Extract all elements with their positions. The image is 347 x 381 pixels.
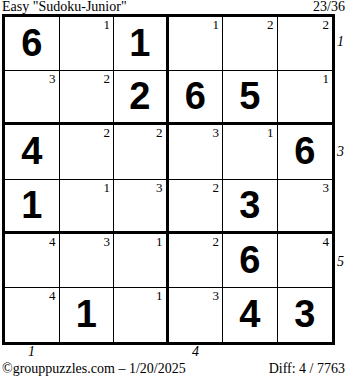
corner-mark: 2	[267, 17, 274, 32]
cell-r6c5: 4	[223, 288, 278, 342]
footer: ©grouppuzzles.com – 1/20/2025 Diff: 4 / …	[2, 361, 345, 376]
given-digit: 2	[114, 71, 166, 122]
col-label-1: 1	[28, 344, 35, 359]
cell-r6c4[interactable]: 3	[169, 288, 224, 342]
col-label-4: 4	[192, 344, 199, 359]
cell-r4c4[interactable]: 2	[169, 180, 224, 234]
cell-r1c2[interactable]: 1	[60, 17, 115, 71]
difficulty-text: Diff: 4 / 7763	[269, 361, 345, 376]
given-digit: 4	[5, 125, 59, 178]
row-label-5: 5	[337, 254, 344, 269]
given-digit: 6	[169, 71, 223, 122]
cell-r3c4[interactable]: 3	[169, 125, 224, 179]
board: 611122322651422316113233431264411343	[2, 14, 335, 345]
cell-r2c1[interactable]: 3	[5, 71, 60, 125]
corner-mark: 3	[104, 234, 111, 249]
cell-r3c2[interactable]: 2	[60, 125, 115, 179]
corner-mark: 3	[49, 71, 56, 86]
given-digit: 1	[60, 288, 114, 342]
cell-r5c1[interactable]: 4	[5, 234, 60, 288]
given-digit: 3	[278, 288, 333, 342]
cell-r3c3[interactable]: 2	[114, 125, 169, 179]
cell-r1c6[interactable]: 2	[278, 17, 333, 71]
cell-r6c6: 3	[278, 288, 333, 342]
given-digit: 6	[278, 125, 333, 178]
given-digit: 5	[223, 71, 277, 122]
cell-r5c3[interactable]: 1	[114, 234, 169, 288]
corner-mark: 4	[49, 288, 56, 303]
puzzle-title: Easy "Sudoku-Junior"	[2, 0, 127, 14]
cell-r6c3[interactable]: 1	[114, 288, 169, 342]
corner-mark: 1	[323, 71, 330, 86]
corner-mark: 1	[213, 17, 220, 32]
cell-r4c6[interactable]: 3	[278, 180, 333, 234]
puzzle-counter: 23/36	[313, 0, 345, 14]
cell-r1c4[interactable]: 1	[169, 17, 224, 71]
corner-mark: 4	[323, 234, 330, 249]
cell-r5c6[interactable]: 4	[278, 234, 333, 288]
corner-mark: 1	[104, 17, 111, 32]
corner-mark: 3	[323, 180, 330, 195]
cell-r2c5: 5	[223, 71, 278, 125]
corner-mark: 3	[213, 125, 220, 140]
corner-mark: 1	[267, 125, 274, 140]
cell-r4c5: 3	[223, 180, 278, 234]
corner-mark: 2	[104, 125, 111, 140]
corner-mark: 3	[156, 180, 163, 195]
corner-mark: 4	[49, 234, 56, 249]
cell-r2c3: 2	[114, 71, 169, 125]
cell-r6c1[interactable]: 4	[5, 288, 60, 342]
given-digit: 6	[5, 17, 59, 70]
cell-r2c2[interactable]: 2	[60, 71, 115, 125]
cell-r1c3: 1	[114, 17, 169, 71]
row-label-1: 1	[337, 34, 344, 49]
cell-r2c4: 6	[169, 71, 224, 125]
given-digit: 1	[114, 17, 166, 70]
cell-r6c2: 1	[60, 288, 115, 342]
cell-r3c1: 4	[5, 125, 60, 179]
cell-r5c5: 6	[223, 234, 278, 288]
cell-r4c2[interactable]: 1	[60, 180, 115, 234]
given-digit: 1	[5, 180, 59, 231]
corner-mark: 2	[213, 180, 220, 195]
cell-r5c2[interactable]: 3	[60, 234, 115, 288]
cell-r4c1: 1	[5, 180, 60, 234]
copyright-text: ©grouppuzzles.com – 1/20/2025	[2, 361, 186, 376]
cell-r1c5[interactable]: 2	[223, 17, 278, 71]
corner-mark: 2	[104, 71, 111, 86]
given-digit: 3	[223, 180, 277, 231]
corner-mark: 1	[156, 288, 163, 303]
given-digit: 6	[223, 234, 277, 287]
cell-r3c5[interactable]: 1	[223, 125, 278, 179]
cell-r3c6: 6	[278, 125, 333, 179]
row-label-3: 3	[337, 144, 344, 159]
cell-r1c1: 6	[5, 17, 60, 71]
corner-mark: 3	[213, 288, 220, 303]
given-digit: 4	[223, 288, 277, 342]
corner-mark: 2	[156, 125, 163, 140]
cell-r4c3[interactable]: 3	[114, 180, 169, 234]
corner-mark: 2	[213, 234, 220, 249]
header: Easy "Sudoku-Junior" 23/36	[2, 0, 345, 14]
cell-r2c6[interactable]: 1	[278, 71, 333, 125]
corner-mark: 1	[104, 180, 111, 195]
corner-mark: 1	[156, 234, 163, 249]
corner-mark: 2	[323, 17, 330, 32]
cell-r5c4[interactable]: 2	[169, 234, 224, 288]
